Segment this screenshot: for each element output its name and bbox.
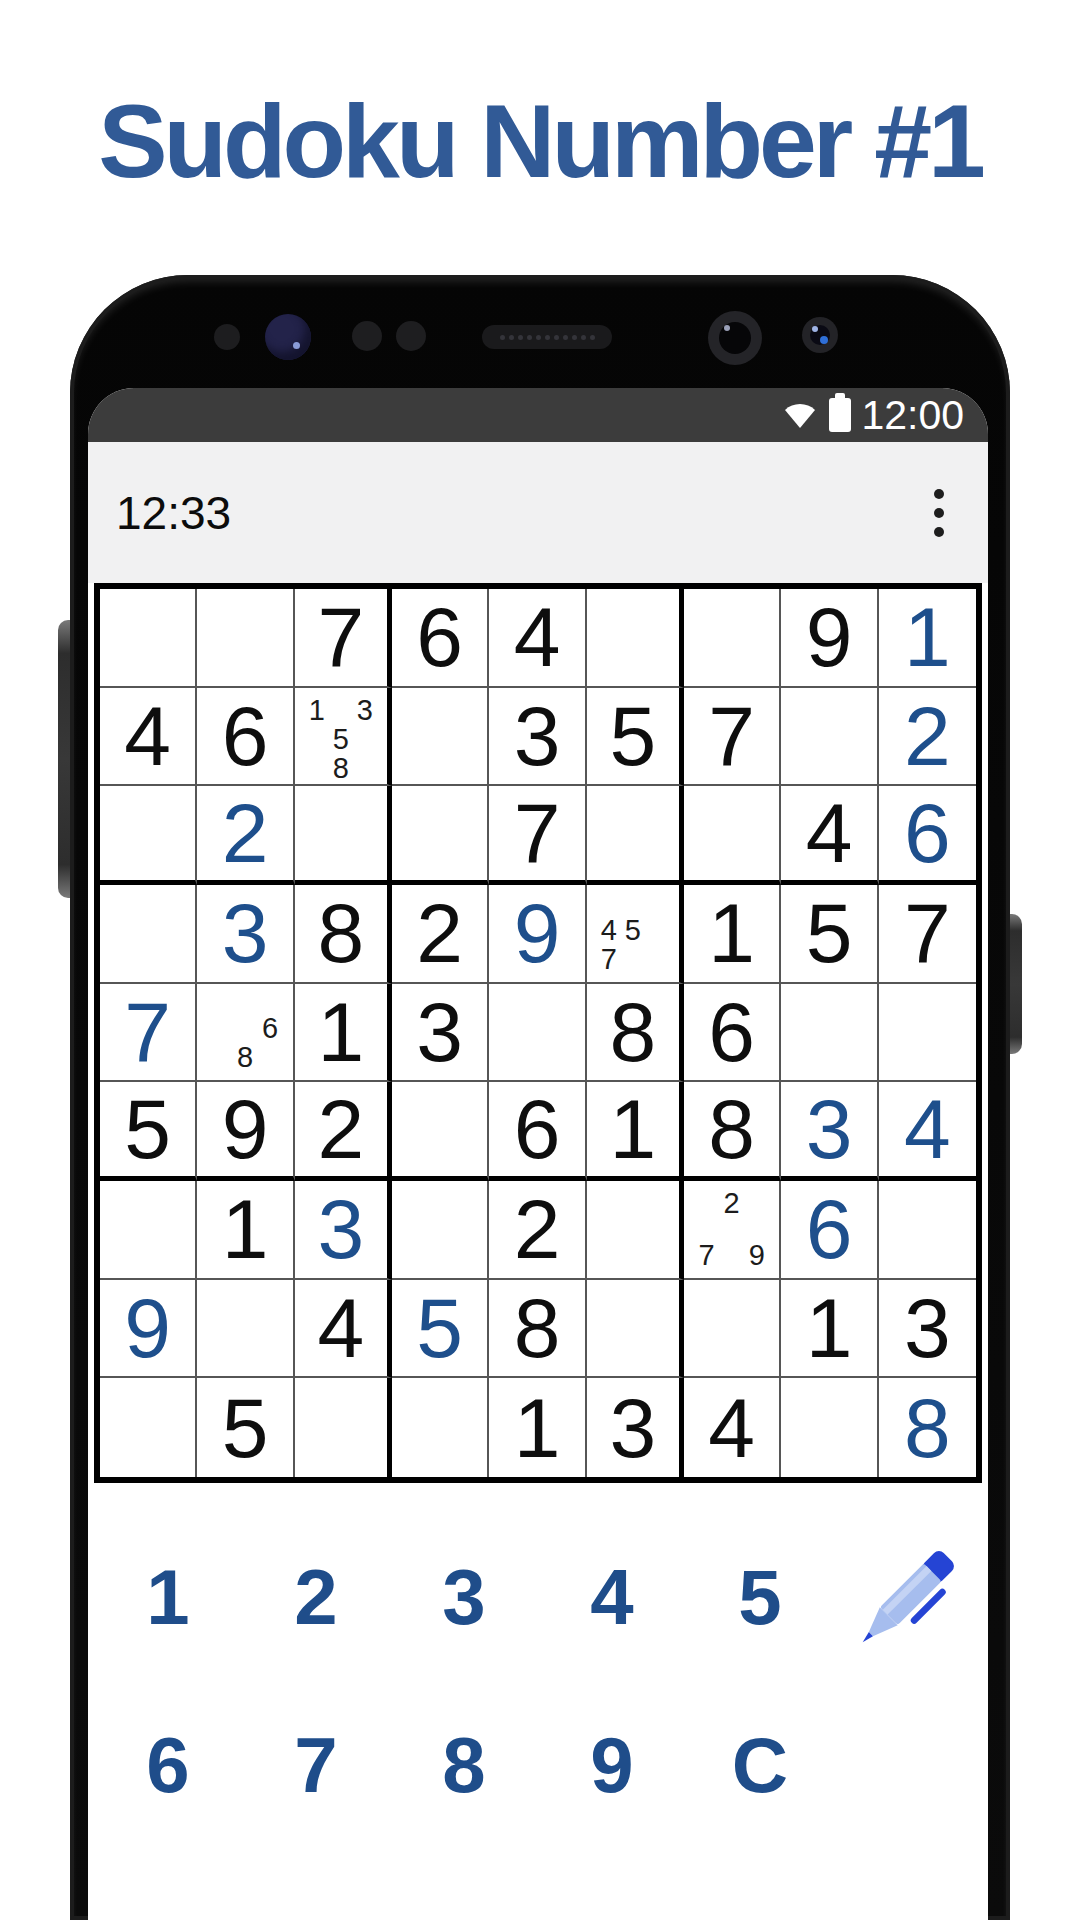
- given-digit: 3: [904, 1286, 951, 1370]
- status-bar-time: 12:00: [861, 395, 964, 436]
- sudoku-cell-r9c1[interactable]: [100, 1378, 197, 1477]
- sudoku-cell-r5c9[interactable]: [879, 984, 976, 1083]
- sudoku-cell-r8c4[interactable]: 5: [392, 1280, 489, 1379]
- given-digit: 9: [222, 1087, 269, 1171]
- sudoku-cell-r4c5[interactable]: 9: [489, 885, 586, 984]
- sudoku-cell-r7c8[interactable]: 6: [781, 1181, 878, 1280]
- sudoku-cell-r9c2[interactable]: 5: [197, 1378, 294, 1477]
- given-digit: 5: [609, 694, 656, 778]
- sudoku-cell-r7c5[interactable]: 2: [489, 1181, 586, 1280]
- given-digit: 7: [514, 791, 561, 875]
- sudoku-cell-r2c8[interactable]: [781, 688, 878, 787]
- sudoku-cell-r2c3[interactable]: 1358: [295, 688, 392, 787]
- sudoku-grid: 7649146135835722746382945715776813865926…: [94, 583, 982, 1483]
- sudoku-cell-r9c5[interactable]: 1: [489, 1378, 586, 1477]
- sudoku-cell-r5c4[interactable]: 3: [392, 984, 489, 1083]
- page-title: Sudoku Number #1: [0, 82, 1080, 201]
- user-digit: 3: [317, 1187, 364, 1271]
- given-digit: 7: [317, 595, 364, 679]
- given-digit: 8: [609, 990, 656, 1074]
- keypad-button-9[interactable]: 9: [538, 1705, 686, 1825]
- sudoku-cell-r8c6[interactable]: [587, 1280, 684, 1379]
- sudoku-cell-r5c8[interactable]: [781, 984, 878, 1083]
- keypad-row-1: 1 2 3 4 5: [94, 1537, 982, 1657]
- user-digit: 5: [416, 1286, 463, 1370]
- sudoku-cell-r2c9[interactable]: 2: [879, 688, 976, 787]
- sudoku-cell-r7c7[interactable]: 279: [684, 1181, 781, 1280]
- sudoku-cell-r1c4[interactable]: 6: [392, 589, 489, 688]
- sudoku-cell-r1c6[interactable]: [587, 589, 684, 688]
- sudoku-cell-r9c8[interactable]: [781, 1378, 878, 1477]
- keypad-button-3[interactable]: 3: [390, 1537, 538, 1657]
- sudoku-cell-r3c8[interactable]: 4: [781, 786, 878, 885]
- sudoku-cell-r4c6[interactable]: 457: [587, 885, 684, 984]
- given-digit: 1: [806, 1286, 853, 1370]
- user-digit: 6: [904, 791, 951, 875]
- sensor-dot-icon: [396, 321, 426, 351]
- sudoku-cell-r1c7[interactable]: [684, 589, 781, 688]
- given-digit: 6: [222, 694, 269, 778]
- keypad-spacer: [834, 1705, 982, 1825]
- sudoku-cell-r6c7[interactable]: 8: [684, 1082, 781, 1181]
- number-keypad: 1 2 3 4 5: [88, 1537, 988, 1825]
- sudoku-cell-r1c5[interactable]: 4: [489, 589, 586, 688]
- sudoku-cell-r6c8[interactable]: 3: [781, 1082, 878, 1181]
- sudoku-cell-r2c1[interactable]: 4: [100, 688, 197, 787]
- sudoku-cell-r6c3[interactable]: 2: [295, 1082, 392, 1181]
- given-digit: 1: [514, 1386, 561, 1470]
- given-digit: 5: [124, 1087, 171, 1171]
- sudoku-cell-r3c7[interactable]: [684, 786, 781, 885]
- sudoku-cell-r8c7[interactable]: [684, 1280, 781, 1379]
- user-digit: 7: [124, 990, 171, 1074]
- user-digit: 2: [222, 791, 269, 875]
- sudoku-cell-r6c2[interactable]: 9: [197, 1082, 294, 1181]
- sudoku-cell-r6c6[interactable]: 1: [587, 1082, 684, 1181]
- keypad-button-1[interactable]: 1: [94, 1537, 242, 1657]
- sudoku-cell-r2c7[interactable]: 7: [684, 688, 781, 787]
- sudoku-cell-r4c3[interactable]: 8: [295, 885, 392, 984]
- given-digit: 6: [416, 595, 463, 679]
- given-digit: 5: [222, 1386, 269, 1470]
- front-camera-icon: [265, 314, 311, 360]
- sensor-dot-icon: [352, 321, 382, 351]
- sudoku-cell-r4c4[interactable]: 2: [392, 885, 489, 984]
- given-digit: 2: [514, 1187, 561, 1271]
- given-digit: 4: [708, 1386, 755, 1470]
- sudoku-cell-r9c7[interactable]: 4: [684, 1378, 781, 1477]
- given-digit: 1: [222, 1187, 269, 1271]
- sudoku-cell-r7c1[interactable]: [100, 1181, 197, 1280]
- sudoku-cell-r9c4[interactable]: [392, 1378, 489, 1477]
- camera-lens-icon: [802, 317, 838, 353]
- keypad-button-5[interactable]: 5: [686, 1537, 834, 1657]
- sudoku-cell-r6c5[interactable]: 6: [489, 1082, 586, 1181]
- given-digit: 1: [708, 891, 755, 975]
- sudoku-cell-r7c2[interactable]: 1: [197, 1181, 294, 1280]
- sudoku-cell-r1c8[interactable]: 9: [781, 589, 878, 688]
- pencil-marks: 1358: [295, 688, 387, 785]
- given-digit: 3: [416, 990, 463, 1074]
- sudoku-cell-r9c9[interactable]: 8: [879, 1378, 976, 1477]
- keypad-button-6[interactable]: 6: [94, 1705, 242, 1825]
- keypad-button-4[interactable]: 4: [538, 1537, 686, 1657]
- sudoku-cell-r2c4[interactable]: [392, 688, 489, 787]
- sudoku-cell-r7c9[interactable]: [879, 1181, 976, 1280]
- earpiece-speaker-icon: [482, 325, 612, 349]
- sudoku-cell-r7c6[interactable]: [587, 1181, 684, 1280]
- sudoku-cell-r8c5[interactable]: 8: [489, 1280, 586, 1379]
- sudoku-cell-r7c3[interactable]: 3: [295, 1181, 392, 1280]
- sudoku-cell-r3c5[interactable]: 7: [489, 786, 586, 885]
- given-digit: 4: [317, 1286, 364, 1370]
- game-timer: 12:33: [116, 486, 231, 540]
- given-digit: 4: [124, 694, 171, 778]
- given-digit: 2: [317, 1087, 364, 1171]
- user-digit: 3: [806, 1087, 853, 1171]
- keypad-button-clear[interactable]: C: [686, 1705, 834, 1825]
- sudoku-cell-r5c7[interactable]: 6: [684, 984, 781, 1083]
- sudoku-cell-r3c2[interactable]: 2: [197, 786, 294, 885]
- sudoku-cell-r5c5[interactable]: [489, 984, 586, 1083]
- pencil-marks: 457: [587, 885, 679, 982]
- wifi-icon: [783, 401, 817, 429]
- user-digit: 8: [904, 1386, 951, 1470]
- sudoku-cell-r5c3[interactable]: 1: [295, 984, 392, 1083]
- given-digit: 8: [708, 1087, 755, 1171]
- pencil-marks: 68: [197, 984, 292, 1081]
- sudoku-cell-r2c5[interactable]: 3: [489, 688, 586, 787]
- given-digit: 4: [806, 791, 853, 875]
- sudoku-cell-r9c6[interactable]: 3: [587, 1378, 684, 1477]
- sudoku-cell-r1c3[interactable]: 7: [295, 589, 392, 688]
- user-digit: 1: [904, 595, 951, 679]
- sudoku-cell-r8c1[interactable]: 9: [100, 1280, 197, 1379]
- app-bar: 12:33: [88, 442, 988, 583]
- sudoku-cell-r1c2[interactable]: [197, 589, 294, 688]
- given-digit: 7: [904, 891, 951, 975]
- sudoku-cell-r1c1[interactable]: [100, 589, 197, 688]
- camera-lens-icon: [708, 311, 762, 365]
- given-digit: 2: [416, 891, 463, 975]
- sudoku-cell-r6c9[interactable]: 4: [879, 1082, 976, 1181]
- user-digit: 2: [904, 694, 951, 778]
- sudoku-cell-r3c3[interactable]: [295, 786, 392, 885]
- user-digit: 9: [124, 1286, 171, 1370]
- sudoku-cell-r8c3[interactable]: 4: [295, 1280, 392, 1379]
- given-digit: 4: [514, 595, 561, 679]
- given-digit: 6: [514, 1087, 561, 1171]
- battery-icon: [829, 398, 851, 432]
- given-digit: 3: [609, 1386, 656, 1470]
- sudoku-cell-r5c6[interactable]: 8: [587, 984, 684, 1083]
- sudoku-cell-r3c4[interactable]: [392, 786, 489, 885]
- sudoku-cell-r3c1[interactable]: [100, 786, 197, 885]
- pen-button[interactable]: [834, 1537, 982, 1657]
- sudoku-cell-r3c9[interactable]: 6: [879, 786, 976, 885]
- keypad-button-2[interactable]: 2: [242, 1537, 390, 1657]
- phone-frame: 12:00 12:33 7649146135835722746382945715…: [70, 275, 1010, 1920]
- sudoku-cell-r3c6[interactable]: [587, 786, 684, 885]
- given-digit: 5: [806, 891, 853, 975]
- sudoku-cell-r6c1[interactable]: 5: [100, 1082, 197, 1181]
- sudoku-cell-r4c1[interactable]: [100, 885, 197, 984]
- given-digit: 8: [317, 891, 364, 975]
- given-digit: 3: [514, 694, 561, 778]
- user-digit: 9: [514, 891, 561, 975]
- pencil-marks: 279: [684, 1181, 779, 1278]
- pen-icon: [840, 1529, 976, 1665]
- sudoku-cell-r6c4[interactable]: [392, 1082, 489, 1181]
- status-bar: 12:00: [88, 388, 988, 442]
- sudoku-cell-r8c9[interactable]: 3: [879, 1280, 976, 1379]
- user-digit: 6: [806, 1187, 853, 1271]
- given-digit: 7: [708, 694, 755, 778]
- sudoku-cell-r2c6[interactable]: 5: [587, 688, 684, 787]
- sudoku-cell-r8c2[interactable]: [197, 1280, 294, 1379]
- keypad-button-8[interactable]: 8: [390, 1705, 538, 1825]
- sudoku-cell-r7c4[interactable]: [392, 1181, 489, 1280]
- user-digit: 3: [222, 891, 269, 975]
- sudoku-cell-r4c7[interactable]: 1: [684, 885, 781, 984]
- given-digit: 1: [317, 990, 364, 1074]
- user-digit: 4: [904, 1087, 951, 1171]
- sudoku-cell-r2c2[interactable]: 6: [197, 688, 294, 787]
- sudoku-cell-r4c2[interactable]: 3: [197, 885, 294, 984]
- sudoku-cell-r5c2[interactable]: 68: [197, 984, 294, 1083]
- proximity-sensor-icon: [214, 324, 240, 350]
- sudoku-cell-r8c8[interactable]: 1: [781, 1280, 878, 1379]
- kebab-menu-icon[interactable]: [926, 481, 952, 545]
- keypad-row-2: 6 7 8 9 C: [94, 1705, 982, 1825]
- sudoku-cell-r4c8[interactable]: 5: [781, 885, 878, 984]
- given-digit: 8: [514, 1286, 561, 1370]
- sudoku-cell-r4c9[interactable]: 7: [879, 885, 976, 984]
- given-digit: 9: [806, 595, 853, 679]
- sudoku-cell-r9c3[interactable]: [295, 1378, 392, 1477]
- sudoku-cell-r1c9[interactable]: 1: [879, 589, 976, 688]
- keypad-button-7[interactable]: 7: [242, 1705, 390, 1825]
- given-digit: 6: [708, 990, 755, 1074]
- sudoku-cell-r5c1[interactable]: 7: [100, 984, 197, 1083]
- given-digit: 1: [609, 1087, 656, 1171]
- phone-screen: 12:00 12:33 7649146135835722746382945715…: [88, 388, 988, 1920]
